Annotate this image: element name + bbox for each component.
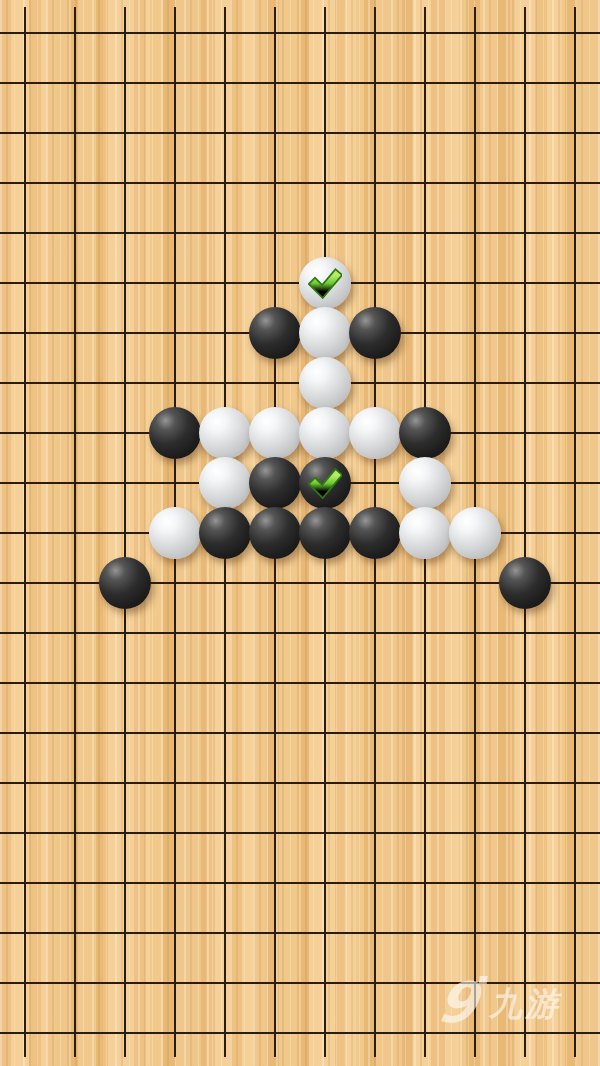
stone-white [449,507,501,559]
stone-white [399,457,451,509]
last-move-check-icon [308,467,342,499]
stone-white [199,457,251,509]
stone-white [199,407,251,459]
stone-black [399,407,451,459]
stone-white [249,407,301,459]
stone-white [299,407,351,459]
stone-black [349,307,401,359]
stone-black [249,507,301,559]
stone-black [249,457,301,509]
stone-black [99,557,151,609]
stone-black [249,307,301,359]
stone-white [299,357,351,409]
stone-white [299,257,351,309]
stone-white [399,507,451,559]
stone-black [299,507,351,559]
stone-white [149,507,201,559]
stone-white [349,407,401,459]
stone-black [299,457,351,509]
stone-black [349,507,401,559]
stone-black [149,407,201,459]
gomoku-board[interactable]: 9 九游 [0,0,600,1066]
stone-black [199,507,251,559]
last-move-check-icon [308,267,342,299]
stone-black [499,557,551,609]
stone-white [299,307,351,359]
